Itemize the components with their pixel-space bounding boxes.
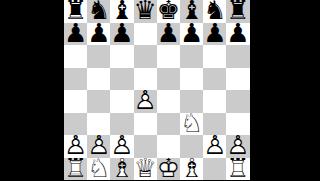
piece-black-pawn[interactable]: ♟ (180, 23, 203, 46)
white-pawn-fill-icon: ♟ (203, 134, 226, 157)
square-f1[interactable]: ♝♗ (180, 158, 203, 181)
black-pawn-fill-icon: ♟ (64, 22, 87, 45)
piece-white-rook[interactable]: ♜♖ (64, 158, 87, 181)
square-b1[interactable]: ♞♘ (87, 158, 110, 181)
square-c4[interactable] (110, 90, 133, 113)
square-h2[interactable]: ♟♙ (226, 135, 249, 158)
square-f2[interactable] (180, 135, 203, 158)
piece-black-king[interactable]: ♚ (157, 0, 180, 23)
square-d7[interactable] (134, 23, 157, 46)
white-rook-fill-icon: ♜ (64, 157, 87, 180)
square-c7[interactable]: ♟ (110, 23, 133, 46)
square-c8[interactable]: ♝ (110, 0, 133, 23)
square-e8[interactable]: ♚ (157, 0, 180, 23)
black-pawn-fill-icon: ♟ (157, 22, 180, 45)
piece-black-pawn[interactable]: ♟ (157, 23, 180, 46)
piece-white-knight[interactable]: ♞♘ (180, 113, 203, 136)
square-d4[interactable]: ♟♙ (134, 90, 157, 113)
square-h7[interactable]: ♟ (226, 23, 249, 46)
square-e5[interactable] (157, 68, 180, 91)
square-a7[interactable]: ♟ (64, 23, 87, 46)
square-h6[interactable] (226, 45, 249, 68)
square-e2[interactable] (157, 135, 180, 158)
square-d5[interactable] (134, 68, 157, 91)
square-a4[interactable] (64, 90, 87, 113)
square-h1[interactable]: ♜♖ (226, 158, 249, 181)
black-king-fill-icon: ♚ (157, 0, 180, 22)
black-pawn-fill-icon: ♟ (203, 22, 226, 45)
white-pawn-outline-icon: ♙ (134, 89, 157, 112)
square-h4[interactable] (226, 90, 249, 113)
square-b6[interactable] (87, 45, 110, 68)
piece-white-pawn[interactable]: ♟♙ (110, 135, 133, 158)
square-a1[interactable]: ♜♖ (64, 158, 87, 181)
black-bishop-fill-icon: ♝ (180, 0, 203, 22)
square-f5[interactable] (180, 68, 203, 91)
square-c6[interactable] (110, 45, 133, 68)
piece-black-pawn[interactable]: ♟ (87, 23, 110, 46)
square-f3[interactable]: ♞♘ (180, 113, 203, 136)
black-knight-fill-icon: ♞ (87, 0, 110, 22)
white-pawn-fill-icon: ♟ (134, 89, 157, 112)
white-queen-outline-icon: ♕ (134, 157, 157, 180)
white-pawn-outline-icon: ♙ (110, 134, 133, 157)
white-knight-outline-icon: ♘ (87, 157, 110, 180)
white-bishop-outline-icon: ♗ (110, 157, 133, 180)
black-bishop-fill-icon: ♝ (110, 0, 133, 22)
square-d8[interactable]: ♛ (134, 0, 157, 23)
piece-black-pawn[interactable]: ♟ (110, 23, 133, 46)
white-king-outline-icon: ♔ (157, 157, 180, 180)
white-king-fill-icon: ♚ (157, 157, 180, 180)
black-knight-fill-icon: ♞ (203, 0, 226, 22)
white-bishop-outline-icon: ♗ (180, 157, 203, 180)
piece-black-queen[interactable]: ♛ (134, 0, 157, 23)
piece-black-rook[interactable]: ♜ (226, 0, 249, 23)
piece-white-pawn[interactable]: ♟♙ (134, 90, 157, 113)
piece-black-pawn[interactable]: ♟ (64, 23, 87, 46)
black-rook-fill-icon: ♜ (226, 0, 249, 22)
piece-black-rook[interactable]: ♜ (64, 0, 87, 23)
white-queen-fill-icon: ♛ (134, 157, 157, 180)
piece-white-bishop[interactable]: ♝♗ (110, 158, 133, 181)
square-g7[interactable]: ♟ (203, 23, 226, 46)
white-knight-outline-icon: ♘ (180, 112, 203, 135)
square-d1[interactable]: ♛♕ (134, 158, 157, 181)
square-g6[interactable] (203, 45, 226, 68)
white-pawn-fill-icon: ♟ (87, 134, 110, 157)
square-e1[interactable]: ♚♔ (157, 158, 180, 181)
white-pawn-outline-icon: ♙ (87, 134, 110, 157)
square-h3[interactable] (226, 113, 249, 136)
piece-black-knight[interactable]: ♞ (87, 0, 110, 23)
piece-white-king[interactable]: ♚♔ (157, 158, 180, 181)
black-pawn-fill-icon: ♟ (226, 22, 249, 45)
square-e4[interactable] (157, 90, 180, 113)
white-knight-fill-icon: ♞ (87, 157, 110, 180)
piece-white-rook[interactable]: ♜♖ (226, 158, 249, 181)
piece-white-pawn[interactable]: ♟♙ (87, 135, 110, 158)
square-c5[interactable] (110, 68, 133, 91)
piece-black-bishop[interactable]: ♝ (180, 0, 203, 23)
square-e3[interactable] (157, 113, 180, 136)
white-rook-outline-icon: ♖ (64, 157, 87, 180)
square-h8[interactable]: ♜ (226, 0, 249, 23)
square-d2[interactable] (134, 135, 157, 158)
square-d6[interactable] (134, 45, 157, 68)
square-e6[interactable] (157, 45, 180, 68)
black-queen-fill-icon: ♛ (134, 0, 157, 22)
square-g5[interactable] (203, 68, 226, 91)
piece-white-pawn[interactable]: ♟♙ (226, 135, 249, 158)
square-c3[interactable] (110, 113, 133, 136)
square-b7[interactable]: ♟ (87, 23, 110, 46)
square-a3[interactable] (64, 113, 87, 136)
square-a2[interactable]: ♟♙ (64, 135, 87, 158)
piece-white-knight[interactable]: ♞♘ (87, 158, 110, 181)
square-b3[interactable] (87, 113, 110, 136)
piece-black-knight[interactable]: ♞ (203, 0, 226, 23)
square-f6[interactable] (180, 45, 203, 68)
square-c2[interactable]: ♟♙ (110, 135, 133, 158)
piece-white-pawn[interactable]: ♟♙ (64, 135, 87, 158)
square-b8[interactable]: ♞ (87, 0, 110, 23)
white-bishop-fill-icon: ♝ (180, 157, 203, 180)
square-g1[interactable] (203, 158, 226, 181)
black-pawn-fill-icon: ♟ (110, 22, 133, 45)
black-pawn-fill-icon: ♟ (180, 22, 203, 45)
piece-white-pawn[interactable]: ♟♙ (203, 135, 226, 158)
square-b5[interactable] (87, 68, 110, 91)
white-knight-fill-icon: ♞ (180, 112, 203, 135)
piece-black-pawn[interactable]: ♟ (226, 23, 249, 46)
square-a6[interactable] (64, 45, 87, 68)
square-g3[interactable] (203, 113, 226, 136)
piece-white-bishop[interactable]: ♝♗ (180, 158, 203, 181)
piece-black-pawn[interactable]: ♟ (203, 23, 226, 46)
square-g2[interactable]: ♟♙ (203, 135, 226, 158)
black-pawn-fill-icon: ♟ (87, 22, 110, 45)
white-pawn-outline-icon: ♙ (203, 134, 226, 157)
square-h5[interactable] (226, 68, 249, 91)
square-g4[interactable] (203, 90, 226, 113)
square-g8[interactable]: ♞ (203, 0, 226, 23)
square-f8[interactable]: ♝ (180, 0, 203, 23)
square-a8[interactable]: ♜ (64, 0, 87, 23)
white-pawn-outline-icon: ♙ (64, 134, 87, 157)
white-rook-fill-icon: ♜ (226, 157, 249, 180)
square-d3[interactable] (134, 113, 157, 136)
chess-board: ♜♞♝♛♚♝♞♜♟♟♟♟♟♟♟♟♙♞♘♟♙♟♙♟♙♟♙♟♙♜♖♞♘♝♗♛♕♚♔♝… (64, 0, 250, 180)
square-a5[interactable] (64, 68, 87, 91)
piece-white-queen[interactable]: ♛♕ (134, 158, 157, 181)
white-bishop-fill-icon: ♝ (110, 157, 133, 180)
white-rook-outline-icon: ♖ (226, 157, 249, 180)
white-pawn-fill-icon: ♟ (110, 134, 133, 157)
letterboxed-video-frame: ♜♞♝♛♚♝♞♜♟♟♟♟♟♟♟♟♙♞♘♟♙♟♙♟♙♟♙♟♙♜♖♞♘♝♗♛♕♚♔♝… (0, 0, 320, 180)
black-rook-fill-icon: ♜ (64, 0, 87, 22)
square-e7[interactable]: ♟ (157, 23, 180, 46)
white-pawn-fill-icon: ♟ (226, 134, 249, 157)
square-b2[interactable]: ♟♙ (87, 135, 110, 158)
piece-black-bishop[interactable]: ♝ (110, 0, 133, 23)
square-c1[interactable]: ♝♗ (110, 158, 133, 181)
square-f4[interactable] (180, 90, 203, 113)
white-pawn-outline-icon: ♙ (226, 134, 249, 157)
square-f7[interactable]: ♟ (180, 23, 203, 46)
square-b4[interactable] (87, 90, 110, 113)
white-pawn-fill-icon: ♟ (64, 134, 87, 157)
